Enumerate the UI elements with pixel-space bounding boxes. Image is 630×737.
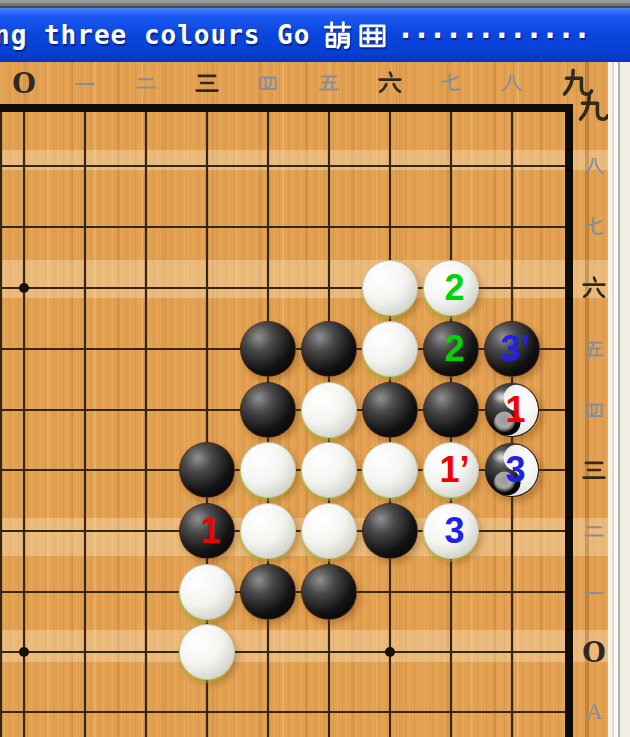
move-number-label: 3 [424,504,478,558]
move-number-label: 3 [484,442,540,498]
stone-white[interactable] [179,624,235,680]
stone-white[interactable] [362,260,418,316]
move-number-label: 1’ [424,443,478,497]
stone-black[interactable]: 1 [179,503,235,559]
stone-white[interactable] [301,382,357,438]
go-board[interactable]: O OA 223’11’313 [0,62,608,737]
move-number-label: 1 [484,382,540,438]
stone-black[interactable]: 2 [423,321,479,377]
app-window: ng three colours Go ············ O OA 22… [0,0,630,737]
stone-white[interactable]: 2 [423,260,479,316]
stone-white[interactable] [301,503,357,559]
stone-black[interactable] [240,564,296,620]
stone-white[interactable] [240,442,296,498]
stone-white[interactable] [179,564,235,620]
stone-white[interactable] [362,321,418,377]
stone-taiji[interactable]: 3 [484,442,540,498]
star-point [19,283,29,293]
star-point [19,647,29,657]
stone-black[interactable] [362,503,418,559]
stone-taiji[interactable]: 1 [484,382,540,438]
move-number-label: 2 [424,261,478,315]
right-panel-edge [608,62,630,737]
stone-white[interactable] [301,442,357,498]
stone-black[interactable] [301,321,357,377]
title-text: ng three colours Go [0,20,310,50]
move-number-label: 1 [180,504,234,558]
star-point [385,647,395,657]
title-cjk-text [320,20,390,51]
stone-white[interactable]: 1’ [423,442,479,498]
stone-black[interactable]: 3’ [484,321,540,377]
stone-black[interactable] [362,382,418,438]
stone-black[interactable] [179,442,235,498]
move-number-label: 3’ [485,322,539,376]
titlebar[interactable]: ng three colours Go ············ [0,8,630,62]
stone-black[interactable] [423,382,479,438]
stone-black[interactable] [301,564,357,620]
move-number-label: 2 [424,322,478,376]
window-top-edge [0,0,630,8]
stone-black[interactable] [240,321,296,377]
stone-white[interactable] [362,442,418,498]
stone-black[interactable] [240,382,296,438]
stone-white[interactable] [240,503,296,559]
stone-white[interactable]: 3 [423,503,479,559]
title-dots: ············ [396,18,589,53]
